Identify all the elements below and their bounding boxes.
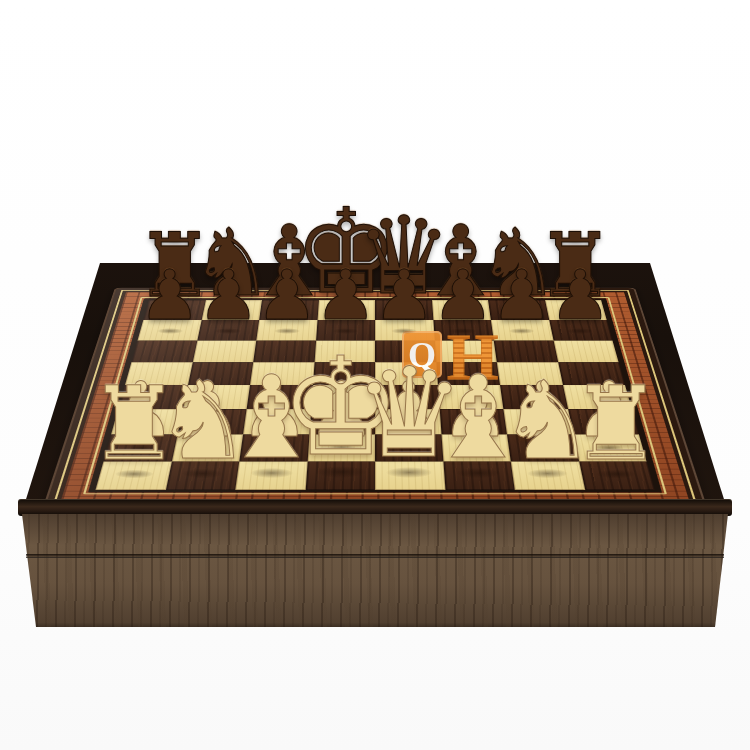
square-h1: [579, 461, 655, 489]
square-c3: [243, 409, 311, 434]
square-b7: [197, 320, 259, 341]
square-f1: [443, 461, 515, 489]
square-g6: [494, 341, 558, 363]
square-a6: [131, 341, 196, 363]
square-c8: [259, 300, 318, 320]
square-a3: [111, 409, 182, 434]
square-a5: [125, 362, 192, 385]
square-g3: [503, 409, 573, 434]
square-h7: [549, 320, 613, 341]
square-b2: [171, 434, 243, 461]
square-g5: [497, 362, 563, 385]
square-c1: [235, 461, 307, 489]
square-c6: [253, 341, 315, 363]
square-d4: [311, 385, 375, 409]
square-h4: [563, 385, 632, 409]
chess-board-surface: [45, 288, 706, 509]
square-c2: [239, 434, 309, 461]
square-a8: [143, 300, 205, 320]
square-c7: [256, 320, 317, 341]
square-d7: [316, 320, 375, 341]
square-a7: [138, 320, 202, 341]
square-d6: [314, 341, 375, 363]
square-e1: [375, 461, 445, 489]
square-d5: [313, 362, 376, 385]
box-front-face: [0, 514, 750, 627]
square-g2: [507, 434, 579, 461]
square-b1: [165, 461, 239, 489]
box-front-molding: [18, 499, 732, 516]
square-h6: [553, 341, 618, 363]
square-b5: [188, 362, 254, 385]
square-e2: [375, 434, 443, 461]
product-photo-scene: Q H ♜♞♝♚♛♝♞♜♟♟♟♟♟♟♟♟♟♟♟♟♟♟♟♟♜♞♝♚♛♝♞♜: [0, 0, 750, 750]
square-c5: [250, 362, 314, 385]
square-a2: [104, 434, 178, 461]
square-d1: [305, 461, 375, 489]
square-b6: [192, 341, 256, 363]
square-g4: [500, 385, 568, 409]
square-h2: [573, 434, 647, 461]
square-d8: [317, 300, 375, 320]
square-f2: [441, 434, 511, 461]
square-f3: [439, 409, 507, 434]
square-d3: [309, 409, 375, 434]
square-h8: [545, 300, 607, 320]
chess-board-grid: [96, 300, 655, 489]
square-g1: [511, 461, 585, 489]
square-d2: [307, 434, 375, 461]
square-b8: [201, 300, 262, 320]
photo-watermark: Q H: [402, 331, 498, 382]
watermark-h-letter: H: [447, 331, 498, 382]
square-f8: [432, 300, 491, 320]
watermark-q-logo: Q: [402, 331, 442, 378]
square-b3: [177, 409, 247, 434]
square-e3: [375, 409, 441, 434]
square-g8: [488, 300, 549, 320]
square-h5: [558, 362, 625, 385]
square-g7: [491, 320, 553, 341]
square-h3: [568, 409, 639, 434]
square-b4: [182, 385, 250, 409]
square-e8: [375, 300, 433, 320]
square-e4: [375, 385, 439, 409]
box-lid-seam: [26, 554, 724, 558]
square-a1: [96, 461, 172, 489]
square-a4: [118, 385, 187, 409]
square-c4: [247, 385, 313, 409]
